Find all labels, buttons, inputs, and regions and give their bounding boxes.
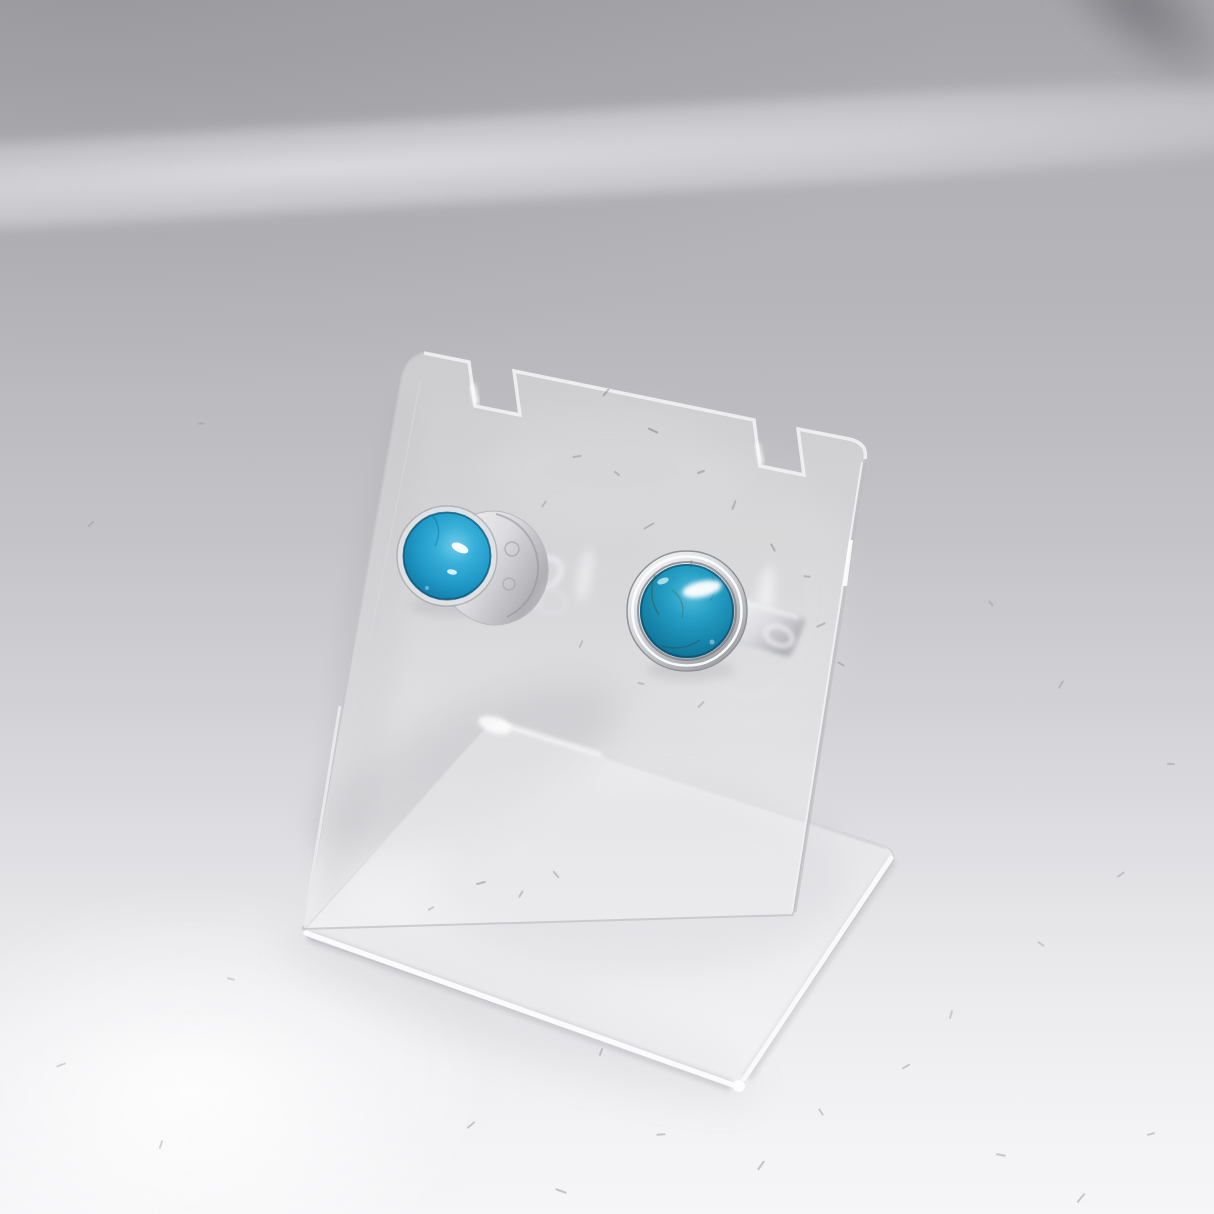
stand-and-earrings-graphic <box>0 0 1214 1214</box>
left-stone-highlight-3 <box>425 586 429 590</box>
right-stone-highlight-3 <box>710 640 715 645</box>
photo-stage <box>0 0 1214 1214</box>
base-front-corner-glint <box>733 1080 745 1092</box>
